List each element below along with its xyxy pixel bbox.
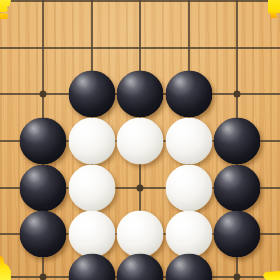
white-stone — [68, 164, 115, 211]
white-stone — [165, 211, 212, 258]
go-app-screen — [0, 0, 280, 280]
black-stone — [68, 253, 115, 280]
black-stone — [214, 211, 261, 258]
grid-horizontal-line-2 — [0, 47, 280, 49]
white-stone — [117, 211, 164, 258]
black-stone — [20, 211, 67, 258]
go-board[interactable] — [0, 0, 280, 280]
grid-horizontal-line-1 — [0, 0, 280, 2]
white-stone — [165, 164, 212, 211]
black-stone — [117, 253, 164, 280]
ui-fragment-top-left[interactable] — [0, 0, 11, 19]
black-stone — [165, 253, 212, 280]
white-stone — [68, 117, 115, 164]
ui-fragment-top-right[interactable] — [268, 0, 280, 18]
ui-fragment-bottom-right[interactable] — [263, 271, 280, 280]
black-stone — [165, 71, 212, 118]
black-stone — [117, 71, 164, 118]
black-stone — [214, 117, 261, 164]
star-point — [40, 273, 47, 280]
black-stone — [20, 117, 67, 164]
black-stone — [214, 164, 261, 211]
star-point — [234, 273, 241, 280]
white-stone — [117, 117, 164, 164]
star-point — [234, 91, 241, 98]
white-stone — [165, 117, 212, 164]
star-point — [40, 91, 47, 98]
black-stone — [20, 164, 67, 211]
black-stone — [68, 71, 115, 118]
star-point — [137, 184, 144, 191]
white-stone — [68, 211, 115, 258]
